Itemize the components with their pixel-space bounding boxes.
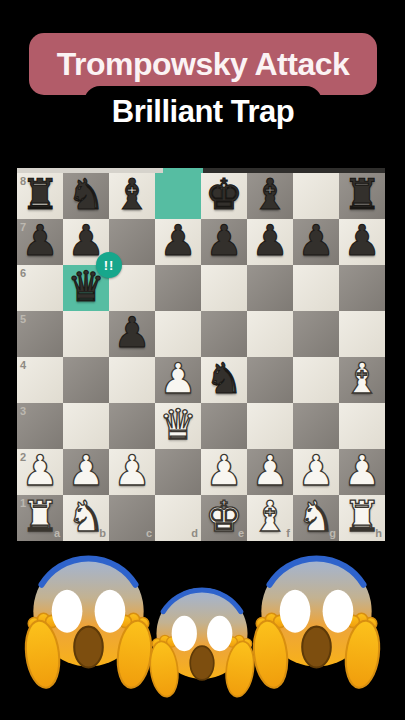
piece-white-pawn: ♟	[205, 448, 243, 494]
square-h3[interactable]	[339, 403, 385, 449]
square-d7[interactable]: ♟	[155, 219, 201, 265]
square-e6[interactable]	[201, 265, 247, 311]
piece-black-bishop: ♝	[251, 172, 289, 218]
square-b3[interactable]	[63, 403, 109, 449]
square-f4[interactable]	[247, 357, 293, 403]
piece-white-pawn: ♟	[343, 448, 381, 494]
rank-label-5: 5	[20, 314, 26, 325]
square-g8[interactable]	[293, 173, 339, 219]
piece-black-pawn: ♟	[113, 310, 151, 356]
piece-white-bishop: ♝	[251, 494, 289, 540]
rank-label-4: 4	[20, 360, 26, 371]
square-c2[interactable]: ♟	[109, 449, 155, 495]
square-a3[interactable]: 3	[17, 403, 63, 449]
piece-black-pawn: ♟	[21, 218, 59, 264]
square-d4[interactable]: ♟	[155, 357, 201, 403]
square-h8[interactable]: ♜	[339, 173, 385, 219]
square-a2[interactable]: 2♟	[17, 449, 63, 495]
square-d8[interactable]	[155, 173, 201, 219]
subtitle-banner: Brilliant Trap	[84, 86, 322, 138]
square-b8[interactable]: ♞	[63, 173, 109, 219]
file-label-d: d	[191, 528, 198, 539]
square-d3[interactable]: ♛	[155, 403, 201, 449]
piece-black-bishop: ♝	[113, 172, 151, 218]
square-f3[interactable]	[247, 403, 293, 449]
file-label-e: e	[238, 528, 244, 539]
piece-black-king: ♚	[205, 172, 243, 218]
square-e3[interactable]	[201, 403, 247, 449]
square-a8[interactable]: 8♜	[17, 173, 63, 219]
square-g2[interactable]: ♟	[293, 449, 339, 495]
square-h1[interactable]: h♜	[339, 495, 385, 541]
piece-black-pawn: ♟	[251, 218, 289, 264]
piece-white-pawn: ♟	[67, 448, 105, 494]
square-g3[interactable]	[293, 403, 339, 449]
subtitle-text: Brilliant Trap	[112, 94, 294, 130]
piece-black-pawn: ♟	[297, 218, 335, 264]
square-f8[interactable]: ♝	[247, 173, 293, 219]
square-f5[interactable]	[247, 311, 293, 357]
piece-black-knight: ♞	[67, 172, 105, 218]
square-g4[interactable]	[293, 357, 339, 403]
file-label-b: b	[99, 528, 106, 539]
square-d5[interactable]	[155, 311, 201, 357]
square-a4[interactable]: 4	[17, 357, 63, 403]
square-f7[interactable]: ♟	[247, 219, 293, 265]
square-d2[interactable]	[155, 449, 201, 495]
piece-black-rook: ♜	[21, 172, 59, 218]
square-e5[interactable]	[201, 311, 247, 357]
square-f1[interactable]: f♝	[247, 495, 293, 541]
piece-black-rook: ♜	[343, 172, 381, 218]
square-g7[interactable]: ♟	[293, 219, 339, 265]
square-b2[interactable]: ♟	[63, 449, 109, 495]
video-frame: Trompowsky Attack Brilliant Trap !! 8♜♞♝…	[0, 0, 405, 720]
square-b1[interactable]: b♞	[63, 495, 109, 541]
file-label-c: c	[146, 528, 152, 539]
square-h5[interactable]	[339, 311, 385, 357]
rank-label-1: 1	[20, 498, 26, 509]
piece-black-knight: ♞	[205, 356, 243, 402]
square-d1[interactable]: d	[155, 495, 201, 541]
rank-label-7: 7	[20, 222, 26, 233]
file-label-f: f	[286, 528, 290, 539]
piece-black-pawn: ♟	[205, 218, 243, 264]
square-d6[interactable]	[155, 265, 201, 311]
square-f2[interactable]: ♟	[247, 449, 293, 495]
file-label-h: h	[375, 528, 382, 539]
square-h6[interactable]	[339, 265, 385, 311]
piece-black-pawn: ♟	[343, 218, 381, 264]
piece-white-queen: ♛	[159, 402, 197, 448]
square-c1[interactable]: c	[109, 495, 155, 541]
square-b4[interactable]	[63, 357, 109, 403]
rank-label-2: 2	[20, 452, 26, 463]
file-label-a: a	[54, 528, 60, 539]
piece-white-pawn: ♟	[21, 448, 59, 494]
square-a1[interactable]: 1a♜	[17, 495, 63, 541]
square-e8[interactable]: ♚	[201, 173, 247, 219]
rank-label-3: 3	[20, 406, 26, 417]
square-e4[interactable]: ♞	[201, 357, 247, 403]
square-e2[interactable]: ♟	[201, 449, 247, 495]
square-e1[interactable]: e♚	[201, 495, 247, 541]
square-g5[interactable]	[293, 311, 339, 357]
square-e7[interactable]: ♟	[201, 219, 247, 265]
file-label-g: g	[329, 528, 336, 539]
rank-label-6: 6	[20, 268, 26, 279]
square-c4[interactable]	[109, 357, 155, 403]
square-h2[interactable]: ♟	[339, 449, 385, 495]
square-c5[interactable]: ♟	[109, 311, 155, 357]
square-c3[interactable]	[109, 403, 155, 449]
square-g6[interactable]	[293, 265, 339, 311]
square-h7[interactable]: ♟	[339, 219, 385, 265]
square-a6[interactable]: 6	[17, 265, 63, 311]
face-screaming-emoji-icon	[22, 550, 155, 693]
piece-white-pawn: ♟	[297, 448, 335, 494]
title-text: Trompowsky Attack	[57, 46, 350, 83]
piece-white-pawn: ♟	[251, 448, 289, 494]
piece-black-pawn: ♟	[159, 218, 197, 264]
chess-board[interactable]: !! 8♜♞♝♚♝♜7♟♟♟♟♟♟♟6♛5♟4♟♞♝3♛2♟♟♟♟♟♟♟1a♜b…	[17, 173, 385, 541]
piece-white-pawn: ♟	[159, 356, 197, 402]
face-screaming-emoji-icon	[250, 550, 383, 693]
square-h4[interactable]: ♝	[339, 357, 385, 403]
square-f6[interactable]	[247, 265, 293, 311]
square-a5[interactable]: 5	[17, 311, 63, 357]
rank-label-8: 8	[20, 176, 26, 187]
square-c8[interactable]: ♝	[109, 173, 155, 219]
square-a7[interactable]: 7♟	[17, 219, 63, 265]
piece-white-pawn: ♟	[113, 448, 151, 494]
square-g1[interactable]: g♞	[293, 495, 339, 541]
brilliant-move-badge: !!	[96, 252, 122, 278]
face-screaming-emoji-icon	[147, 583, 257, 701]
piece-white-bishop: ♝	[343, 356, 381, 402]
square-b5[interactable]	[63, 311, 109, 357]
